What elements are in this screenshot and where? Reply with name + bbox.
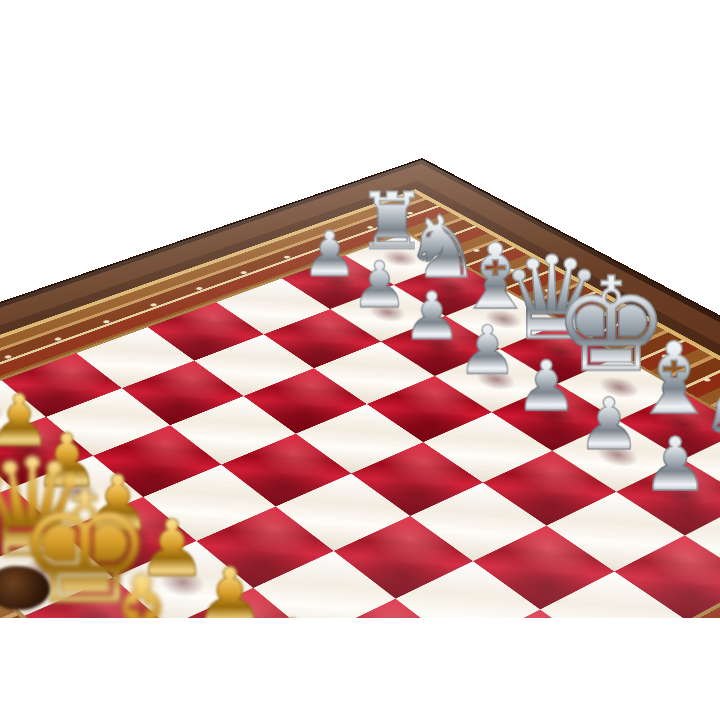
silver-pawn: ♟: [577, 388, 641, 459]
scene-3d: ♜♞♝♛♚♝♞♜♟♟♟♟♟♟♟♟♟♟♟♟♟♟♟♟♜♞♝♛♚♝♞♜: [0, 0, 720, 720]
silver-pawn: ♟: [712, 469, 720, 545]
silver-pawn: ♟: [515, 351, 577, 420]
silver-pawn: ♟: [351, 252, 408, 316]
photo-crop-mat: [0, 618, 720, 720]
square-f5: [410, 483, 546, 562]
silver-pawn: ♟: [457, 316, 517, 383]
silver-pawn: ♟: [302, 223, 358, 285]
silver-pawn: ♟: [642, 427, 708, 501]
photo-backdrop: ♜♞♝♛♚♝♞♜♟♟♟♟♟♟♟♟♟♟♟♟♟♟♟♟♜♞♝♛♚♝♞♜: [0, 0, 720, 720]
silver-pawn: ♟: [403, 283, 462, 348]
